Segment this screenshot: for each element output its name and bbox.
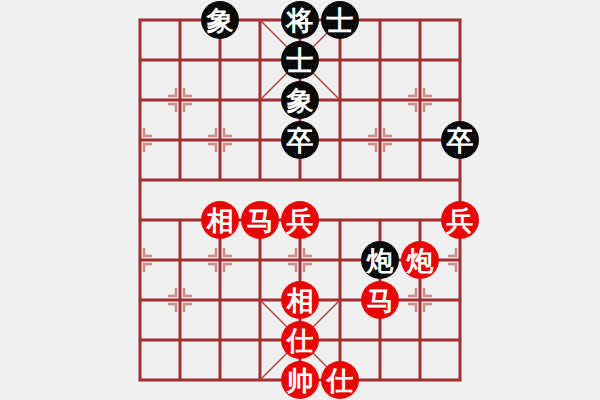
- red-cannon[interactable]: 炮: [401, 241, 439, 279]
- black-cannon[interactable]: 炮: [361, 241, 399, 279]
- black-advisor[interactable]: 士: [321, 1, 359, 39]
- red-advisor[interactable]: 仕: [281, 321, 319, 359]
- red-soldier[interactable]: 兵: [281, 201, 319, 239]
- black-advisor[interactable]: 士: [281, 41, 319, 79]
- black-soldier[interactable]: 卒: [441, 121, 479, 159]
- red-elephant[interactable]: 相: [281, 281, 319, 319]
- black-elephant[interactable]: 象: [281, 81, 319, 119]
- red-advisor[interactable]: 仕: [321, 361, 359, 399]
- red-general[interactable]: 帅: [281, 361, 319, 399]
- black-elephant[interactable]: 象: [201, 1, 239, 39]
- pieces-layer: 象将士士象卒卒炮相马兵兵炮相马仕帅仕: [120, 0, 480, 400]
- red-horse[interactable]: 马: [241, 201, 279, 239]
- red-soldier[interactable]: 兵: [441, 201, 479, 239]
- black-general[interactable]: 将: [281, 1, 319, 39]
- black-soldier[interactable]: 卒: [281, 121, 319, 159]
- red-horse[interactable]: 马: [361, 281, 399, 319]
- red-elephant[interactable]: 相: [201, 201, 239, 239]
- xiangqi-board[interactable]: 象将士士象卒卒炮相马兵兵炮相马仕帅仕: [0, 0, 600, 400]
